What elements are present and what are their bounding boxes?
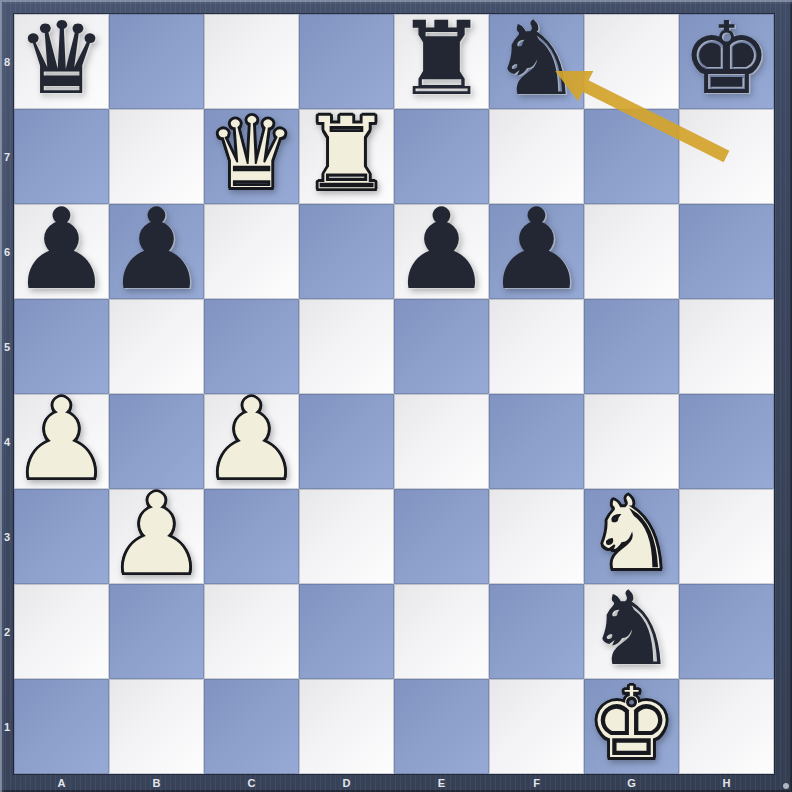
- square-d6[interactable]: [299, 204, 394, 299]
- file-label-f: F: [489, 774, 584, 792]
- square-h7[interactable]: [679, 109, 774, 204]
- square-f3[interactable]: [489, 489, 584, 584]
- square-c6[interactable]: [204, 204, 299, 299]
- file-label-d: D: [299, 774, 394, 792]
- file-label-h: H: [679, 774, 774, 792]
- square-b2[interactable]: [109, 584, 204, 679]
- square-h2[interactable]: [679, 584, 774, 679]
- piece-black-pawn-b6[interactable]: ♟: [106, 193, 206, 305]
- square-e4[interactable]: [394, 394, 489, 489]
- square-c7[interactable]: ♛: [204, 109, 299, 204]
- square-b3[interactable]: ♟: [109, 489, 204, 584]
- square-h1[interactable]: [679, 679, 774, 774]
- square-d5[interactable]: [299, 299, 394, 394]
- piece-black-knight-f8[interactable]: ♞: [491, 8, 582, 110]
- square-g7[interactable]: [584, 109, 679, 204]
- board-frame: 87654321 ♛♜♞♚♛♜♟♟♟♟♟♟♟♞♞♚ ABCDEFGH: [0, 0, 792, 792]
- square-h5[interactable]: [679, 299, 774, 394]
- square-f6[interactable]: ♟: [489, 204, 584, 299]
- square-c3[interactable]: [204, 489, 299, 584]
- file-label-a: A: [14, 774, 109, 792]
- square-f4[interactable]: [489, 394, 584, 489]
- rank-label-5: 5: [0, 299, 14, 394]
- file-labels: ABCDEFGH: [14, 774, 774, 792]
- square-c2[interactable]: [204, 584, 299, 679]
- square-e1[interactable]: [394, 679, 489, 774]
- square-d7[interactable]: ♜: [299, 109, 394, 204]
- file-label-e: E: [394, 774, 489, 792]
- square-a3[interactable]: [14, 489, 109, 584]
- square-a8[interactable]: ♛: [14, 14, 109, 109]
- square-e5[interactable]: [394, 299, 489, 394]
- piece-white-pawn-c4[interactable]: ♟: [201, 383, 301, 495]
- rank-label-8: 8: [0, 14, 14, 109]
- square-b1[interactable]: [109, 679, 204, 774]
- square-e8[interactable]: ♜: [394, 14, 489, 109]
- square-c4[interactable]: ♟: [204, 394, 299, 489]
- piece-black-pawn-a6[interactable]: ♟: [11, 193, 111, 305]
- rank-labels: 87654321: [0, 14, 14, 774]
- corner-dot: [783, 783, 789, 789]
- rank-label-3: 3: [0, 489, 14, 584]
- piece-black-queen-a8[interactable]: ♛: [17, 9, 107, 109]
- square-d1[interactable]: [299, 679, 394, 774]
- file-label-g: G: [584, 774, 679, 792]
- square-g5[interactable]: [584, 299, 679, 394]
- piece-black-rook-e8[interactable]: ♜: [396, 8, 487, 110]
- file-label-b: B: [109, 774, 204, 792]
- square-b5[interactable]: [109, 299, 204, 394]
- square-d3[interactable]: [299, 489, 394, 584]
- square-e3[interactable]: [394, 489, 489, 584]
- square-e2[interactable]: [394, 584, 489, 679]
- rank-label-2: 2: [0, 584, 14, 679]
- square-g6[interactable]: [584, 204, 679, 299]
- square-h4[interactable]: [679, 394, 774, 489]
- square-a4[interactable]: ♟: [14, 394, 109, 489]
- square-d2[interactable]: [299, 584, 394, 679]
- piece-black-pawn-e6[interactable]: ♟: [391, 193, 491, 305]
- rank-label-1: 1: [0, 679, 14, 774]
- piece-white-pawn-b3[interactable]: ♟: [106, 478, 206, 590]
- square-a6[interactable]: ♟: [14, 204, 109, 299]
- square-b8[interactable]: [109, 14, 204, 109]
- square-h8[interactable]: ♚: [679, 14, 774, 109]
- piece-black-pawn-f6[interactable]: ♟: [486, 193, 586, 305]
- square-h3[interactable]: [679, 489, 774, 584]
- square-e6[interactable]: ♟: [394, 204, 489, 299]
- square-g1[interactable]: ♚: [584, 679, 679, 774]
- piece-white-queen-c7[interactable]: ♛: [207, 104, 297, 204]
- piece-white-pawn-a4[interactable]: ♟: [11, 383, 111, 495]
- square-c1[interactable]: [204, 679, 299, 774]
- rank-label-7: 7: [0, 109, 14, 204]
- rank-label-4: 4: [0, 394, 14, 489]
- square-d4[interactable]: [299, 394, 394, 489]
- square-f8[interactable]: ♞: [489, 14, 584, 109]
- square-a2[interactable]: [14, 584, 109, 679]
- rank-label-6: 6: [0, 204, 14, 299]
- chess-board: ♛♜♞♚♛♜♟♟♟♟♟♟♟♞♞♚: [14, 14, 774, 774]
- square-b6[interactable]: ♟: [109, 204, 204, 299]
- square-h6[interactable]: [679, 204, 774, 299]
- file-label-c: C: [204, 774, 299, 792]
- piece-white-king-g1[interactable]: ♚: [587, 674, 677, 774]
- square-f5[interactable]: [489, 299, 584, 394]
- piece-black-king-h8[interactable]: ♚: [682, 9, 772, 109]
- square-a1[interactable]: [14, 679, 109, 774]
- square-g8[interactable]: [584, 14, 679, 109]
- piece-white-rook-d7[interactable]: ♜: [301, 103, 392, 205]
- square-f2[interactable]: [489, 584, 584, 679]
- square-f1[interactable]: [489, 679, 584, 774]
